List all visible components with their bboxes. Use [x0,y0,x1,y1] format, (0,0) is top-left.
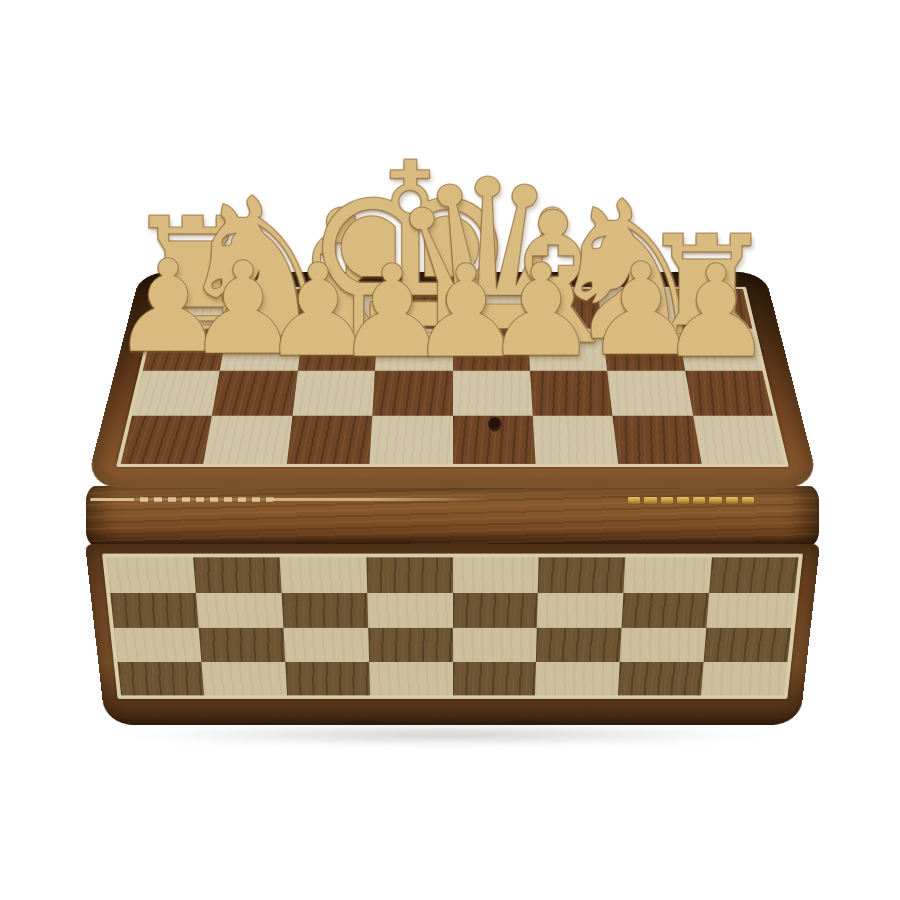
face-square [281,593,368,628]
lid-square [693,416,784,464]
wood-knot [488,417,502,432]
face-square [369,662,453,695]
chess-box-photo: ♜♞♝♚♛♝♞♜♟♟♟♟♟♟♟♟ [0,0,900,900]
box-shadow [120,726,770,744]
hinge-segment [726,497,738,504]
brass-hinges [628,497,754,504]
face-square [538,557,625,593]
face-square [701,662,787,695]
face-square [453,557,540,593]
box-hinge-band [86,486,819,546]
front-board-frame [102,554,803,699]
face-square [193,557,281,593]
face-square [199,628,285,662]
seam-hinge-ticks [134,497,274,502]
face-square [709,557,798,593]
hinge-segment [628,497,640,504]
face-square [196,593,283,628]
lid-square [613,416,702,464]
lid-square [204,416,293,464]
face-square [201,662,287,695]
face-square [537,593,624,628]
face-square [453,628,538,662]
front-half-board [106,557,798,695]
hinge-segment [693,497,705,504]
face-square [704,628,791,662]
hinge-segment [644,497,656,504]
face-square [622,593,709,628]
piece-white-pawn: ♟ [659,248,774,376]
hinge-segment [661,497,673,504]
hinge-segment [709,497,721,504]
lid-square [370,416,453,464]
face-square [536,628,622,662]
face-square [114,628,201,662]
face-square [106,557,195,593]
face-square [367,593,453,628]
lid-square [287,416,373,464]
hinge-segment [677,497,689,504]
face-square [453,593,539,628]
face-square [624,557,712,593]
box-front-face [85,544,820,725]
face-square [618,662,704,695]
hinge-segment [742,497,754,504]
face-square [453,662,537,695]
face-square [110,593,198,628]
face-square [283,628,369,662]
face-square [285,662,370,695]
face-square [706,593,794,628]
face-square [118,662,204,695]
lid-square [121,416,212,464]
face-square [279,557,366,593]
lid-square [533,416,619,464]
wood-grain [86,486,819,546]
face-square [366,557,453,593]
face-square [620,628,706,662]
face-square [535,662,620,695]
piece-white-pawn: ♟ [484,247,599,375]
face-square [368,628,453,662]
